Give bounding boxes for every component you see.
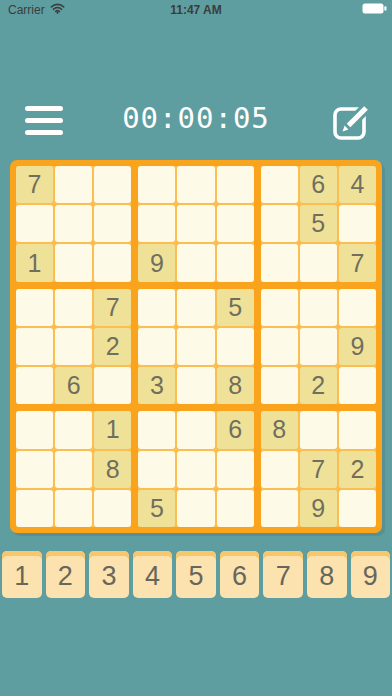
cell-r7c8[interactable]	[300, 411, 337, 448]
cell-r2c6[interactable]	[217, 205, 254, 242]
cell-r7c3[interactable]: 1	[94, 411, 131, 448]
cell-r9c1[interactable]	[16, 490, 53, 527]
cell-r6c7[interactable]	[261, 367, 298, 404]
battery-icon	[362, 3, 387, 17]
cell-r1c2[interactable]	[55, 166, 92, 203]
cell-r3c9[interactable]: 7	[339, 244, 376, 281]
cell-r7c9[interactable]	[339, 411, 376, 448]
sudoku-box-6: 92	[261, 289, 376, 405]
cell-r5c9[interactable]: 9	[339, 328, 376, 365]
toolbar: 00:00:05	[0, 97, 392, 149]
cell-r1c4[interactable]	[138, 166, 175, 203]
sudoku-box-3: 6457	[261, 166, 376, 282]
cell-r4c6[interactable]: 5	[217, 289, 254, 326]
cell-r1c9[interactable]: 4	[339, 166, 376, 203]
cell-r8c4[interactable]	[138, 451, 175, 488]
cell-r4c5[interactable]	[177, 289, 214, 326]
cell-r3c4[interactable]: 9	[138, 244, 175, 281]
sudoku-box-9: 8729	[261, 411, 376, 527]
cell-r3c6[interactable]	[217, 244, 254, 281]
cell-r9c4[interactable]: 5	[138, 490, 175, 527]
cell-r6c2[interactable]: 6	[55, 367, 92, 404]
cell-r9c5[interactable]	[177, 490, 214, 527]
numpad-button-2[interactable]: 2	[46, 551, 86, 598]
sudoku-box-1: 71	[16, 166, 131, 282]
cell-r8c5[interactable]	[177, 451, 214, 488]
cell-r3c7[interactable]	[261, 244, 298, 281]
cell-r5c8[interactable]	[300, 328, 337, 365]
cell-r8c1[interactable]	[16, 451, 53, 488]
status-bar: 11:47 AM Carrier	[0, 0, 392, 20]
cell-r7c2[interactable]	[55, 411, 92, 448]
sudoku-board: 71964577265389218658729	[10, 160, 382, 533]
cell-r9c3[interactable]	[94, 490, 131, 527]
cell-r9c2[interactable]	[55, 490, 92, 527]
cell-r6c1[interactable]	[16, 367, 53, 404]
sudoku-box-2: 9	[138, 166, 253, 282]
cell-r5c4[interactable]	[138, 328, 175, 365]
cell-r8c8[interactable]: 7	[300, 451, 337, 488]
cell-r4c7[interactable]	[261, 289, 298, 326]
cell-r5c3[interactable]: 2	[94, 328, 131, 365]
cell-r7c5[interactable]	[177, 411, 214, 448]
sudoku-box-4: 726	[16, 289, 131, 405]
edit-button[interactable]	[330, 98, 374, 147]
cell-r7c6[interactable]: 6	[217, 411, 254, 448]
numpad-button-1[interactable]: 1	[2, 551, 42, 598]
compose-pencil-icon	[330, 132, 374, 147]
cell-r1c1[interactable]: 7	[16, 166, 53, 203]
wifi-icon	[50, 3, 65, 17]
cell-r9c7[interactable]	[261, 490, 298, 527]
cell-r1c8[interactable]: 6	[300, 166, 337, 203]
cell-r4c2[interactable]	[55, 289, 92, 326]
numpad-button-8[interactable]: 8	[307, 551, 347, 598]
cell-r2c5[interactable]	[177, 205, 214, 242]
cell-r2c8[interactable]: 5	[300, 205, 337, 242]
cell-r5c1[interactable]	[16, 328, 53, 365]
cell-r4c1[interactable]	[16, 289, 53, 326]
cell-r6c5[interactable]	[177, 367, 214, 404]
menu-button[interactable]	[25, 106, 63, 135]
cell-r6c8[interactable]: 2	[300, 367, 337, 404]
cell-r2c1[interactable]	[16, 205, 53, 242]
cell-r6c4[interactable]: 3	[138, 367, 175, 404]
cell-r2c9[interactable]	[339, 205, 376, 242]
cell-r1c5[interactable]	[177, 166, 214, 203]
cell-r8c3[interactable]: 8	[94, 451, 131, 488]
cell-r8c7[interactable]	[261, 451, 298, 488]
cell-r4c3[interactable]: 7	[94, 289, 131, 326]
cell-r5c6[interactable]	[217, 328, 254, 365]
sudoku-app-screen: 11:47 AM Carrier	[0, 0, 392, 696]
cell-r9c6[interactable]	[217, 490, 254, 527]
cell-r5c5[interactable]	[177, 328, 214, 365]
cell-r3c2[interactable]	[55, 244, 92, 281]
numpad-button-6[interactable]: 6	[220, 551, 260, 598]
cell-r5c7[interactable]	[261, 328, 298, 365]
cell-r8c6[interactable]	[217, 451, 254, 488]
numpad-button-5[interactable]: 5	[176, 551, 216, 598]
cell-r8c2[interactable]	[55, 451, 92, 488]
cell-r3c3[interactable]	[94, 244, 131, 281]
cell-r7c1[interactable]	[16, 411, 53, 448]
carrier-label: Carrier	[8, 3, 45, 17]
cell-r6c6[interactable]: 8	[217, 367, 254, 404]
cell-r1c3[interactable]	[94, 166, 131, 203]
cell-r6c3[interactable]	[94, 367, 131, 404]
cell-r7c7[interactable]: 8	[261, 411, 298, 448]
sudoku-box-7: 18	[16, 411, 131, 527]
cell-r2c7[interactable]	[261, 205, 298, 242]
numpad: 123456789	[2, 551, 390, 598]
cell-r7c4[interactable]	[138, 411, 175, 448]
cell-r2c4[interactable]	[138, 205, 175, 242]
cell-r3c5[interactable]	[177, 244, 214, 281]
cell-r9c9[interactable]	[339, 490, 376, 527]
cell-r5c2[interactable]	[55, 328, 92, 365]
hamburger-menu-icon	[25, 106, 63, 111]
cell-r8c9[interactable]: 2	[339, 451, 376, 488]
numpad-button-3[interactable]: 3	[89, 551, 129, 598]
cell-r4c4[interactable]	[138, 289, 175, 326]
cell-r2c3[interactable]	[94, 205, 131, 242]
cell-r4c9[interactable]	[339, 289, 376, 326]
cell-r3c8[interactable]	[300, 244, 337, 281]
cell-r1c7[interactable]	[261, 166, 298, 203]
cell-r9c8[interactable]: 9	[300, 490, 337, 527]
cell-r3c1[interactable]: 1	[16, 244, 53, 281]
cell-r2c2[interactable]	[55, 205, 92, 242]
numpad-button-4[interactable]: 4	[133, 551, 173, 598]
numpad-button-9[interactable]: 9	[351, 551, 391, 598]
cell-r4c8[interactable]	[300, 289, 337, 326]
sudoku-box-5: 538	[138, 289, 253, 405]
numpad-button-7[interactable]: 7	[263, 551, 303, 598]
sudoku-box-8: 65	[138, 411, 253, 527]
cell-r1c6[interactable]	[217, 166, 254, 203]
cell-r6c9[interactable]	[339, 367, 376, 404]
